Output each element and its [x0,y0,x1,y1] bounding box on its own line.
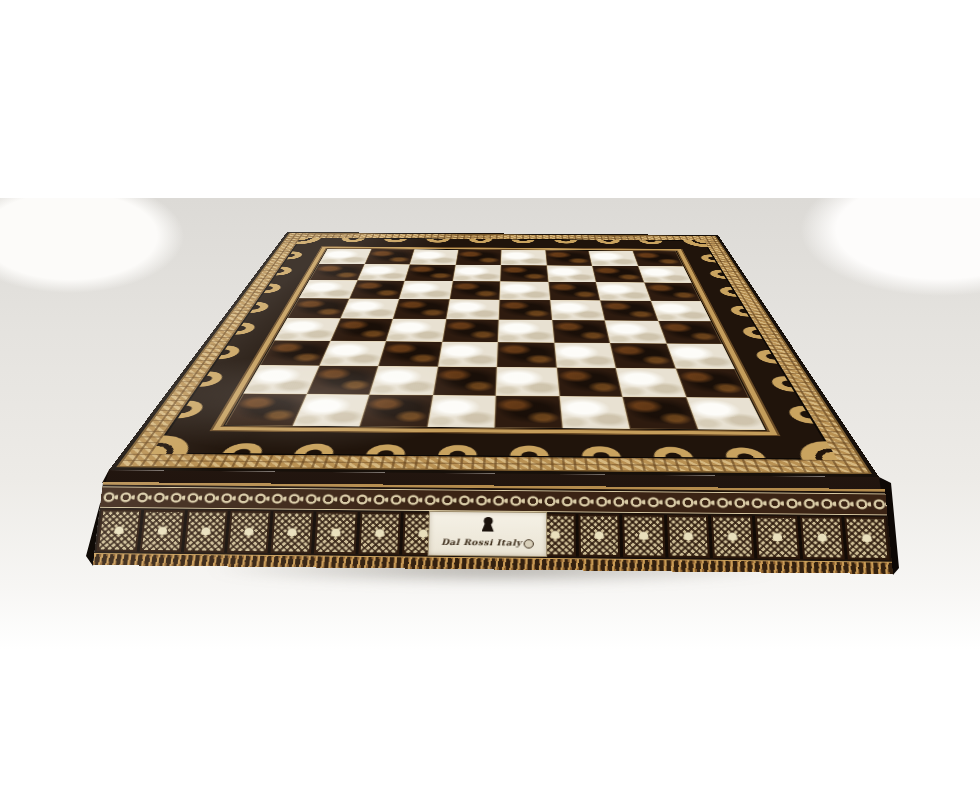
square-f7 [546,265,595,282]
inlay-tile [227,511,271,553]
square-c2 [369,366,437,395]
square-c4 [386,319,446,342]
square-b1 [292,394,369,427]
square-d1 [427,395,496,428]
inlay-tile [755,516,799,559]
inlay-tile [271,511,314,553]
square-d6 [449,281,500,299]
square-b2 [306,366,378,395]
square-b3 [319,341,386,366]
square-e8 [501,250,547,265]
square-g8 [589,251,638,266]
square-b4 [330,318,393,341]
square-f6 [548,282,600,301]
inlay-tile [800,516,845,559]
square-c5 [393,299,449,319]
inlay-tile [140,510,184,552]
brand-logo-mark [524,539,534,548]
square-f4 [552,320,610,343]
square-h3 [666,343,735,369]
square-g6 [596,282,651,301]
square-f5 [550,300,605,321]
square-a8 [319,249,371,264]
square-f2 [556,368,622,397]
square-a4 [274,318,340,341]
keyhole-icon [481,517,495,533]
square-e1 [494,395,562,428]
square-d7 [452,265,500,282]
square-b5 [340,298,399,318]
square-e3 [497,342,556,368]
square-d2 [433,367,497,396]
square-g2 [616,368,686,397]
inlay-tile [711,515,755,558]
square-e2 [496,367,559,396]
inlay-tile [97,510,142,552]
square-a7 [309,264,364,281]
square-h7 [638,266,692,283]
square-g1 [622,396,697,429]
square-h5 [650,301,711,322]
square-g5 [600,300,658,321]
square-c3 [378,341,442,366]
box-front-face: Dal Rossi Italy [93,482,893,574]
square-g4 [605,320,666,343]
square-e6 [500,281,550,299]
brand-label-text: Dal Rossi Italy [441,538,534,549]
square-f8 [545,250,592,265]
inlay-tile [844,517,890,560]
inlay-tile [358,512,401,554]
square-c6 [399,281,452,299]
square-d3 [437,342,497,368]
square-g3 [610,343,675,369]
square-c8 [410,249,458,264]
chess-box-product-photo: Dal Rossi Italy [0,0,980,800]
square-e5 [499,300,552,320]
square-d5 [446,299,500,319]
square-d8 [455,250,501,265]
square-g7 [592,266,644,283]
inlay-tile [183,510,227,552]
square-f3 [554,342,616,368]
square-h4 [658,321,722,344]
square-c7 [405,264,456,281]
square-b8 [364,249,414,264]
square-h2 [675,369,749,398]
inlay-tile [623,515,665,558]
square-e4 [498,320,554,343]
square-c1 [359,394,432,427]
inlay-tile [314,512,357,554]
square-h8 [632,251,683,266]
brand-label-plate: Dal Rossi Italy [429,512,546,556]
square-h1 [686,397,766,430]
square-b6 [349,280,405,298]
inlay-tile [667,515,710,558]
inlay-tile [579,514,621,557]
brand-name: Dal Rossi Italy [441,538,522,548]
square-h6 [644,282,701,301]
square-e7 [500,265,548,282]
square-f1 [559,396,630,429]
square-a6 [299,280,357,298]
square-d4 [442,319,499,342]
chess-squares-grid [225,249,766,430]
square-b7 [357,264,410,281]
square-a5 [287,298,349,318]
